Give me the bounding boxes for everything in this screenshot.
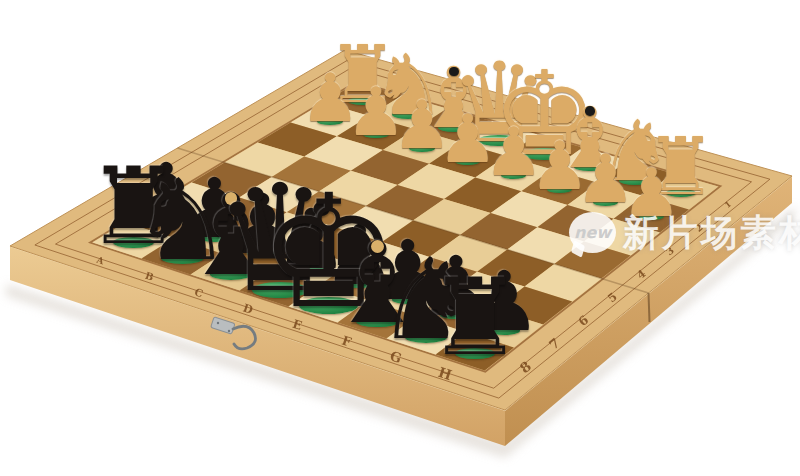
chess-photo-stage: ABCDEFGH12345678 ♜♞♟♝♟♛♟♚♟♝♟♞♟♜♟♟♟♟♜♟♞♟♝… xyxy=(0,0,800,476)
watermark-logo-text: new xyxy=(574,223,611,242)
watermark: new 新片场素材 xyxy=(569,212,800,253)
rook-glyph: ♜ xyxy=(422,264,528,370)
watermark-logo-bubble: new xyxy=(569,212,616,253)
watermark-text: 新片场素材 xyxy=(623,215,800,251)
